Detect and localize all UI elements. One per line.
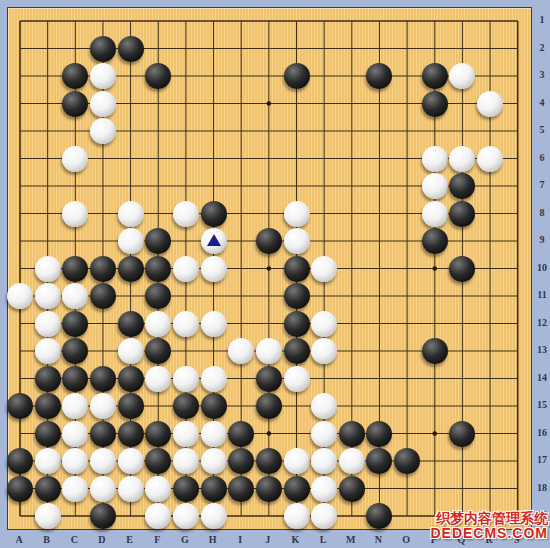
stone-black-C4[interactable] <box>62 91 88 117</box>
row-label-13: 13 <box>535 343 549 357</box>
stone-white-K19[interactable] <box>284 503 310 529</box>
stone-black-A17[interactable] <box>7 448 33 474</box>
row-label-2: 2 <box>535 41 549 55</box>
stone-black-B15[interactable] <box>35 393 61 419</box>
stone-black-G18[interactable] <box>173 476 199 502</box>
stone-white-D17[interactable] <box>90 448 116 474</box>
watermark-domain-text: DEDECMS.COM <box>430 526 548 541</box>
stone-black-E14[interactable] <box>118 366 144 392</box>
stone-black-J14[interactable] <box>256 366 282 392</box>
stone-black-F10[interactable] <box>145 256 171 282</box>
stone-black-J9[interactable] <box>256 228 282 254</box>
col-label-L: L <box>313 533 333 547</box>
stone-white-C18[interactable] <box>62 476 88 502</box>
stone-white-K14[interactable] <box>284 366 310 392</box>
stones-layer <box>8 8 531 529</box>
stone-black-E16[interactable] <box>118 421 144 447</box>
row-label-14: 14 <box>535 371 549 385</box>
stone-white-D5[interactable] <box>90 118 116 144</box>
stone-black-P3[interactable] <box>422 63 448 89</box>
stone-black-D16[interactable] <box>90 421 116 447</box>
stone-white-H12[interactable] <box>201 311 227 337</box>
stone-black-D19[interactable] <box>90 503 116 529</box>
row-label-6: 6 <box>535 151 549 165</box>
row-label-9: 9 <box>535 233 549 247</box>
stone-white-H14[interactable] <box>201 366 227 392</box>
stone-white-C15[interactable] <box>62 393 88 419</box>
row-label-5: 5 <box>535 123 549 137</box>
stone-white-L15[interactable] <box>311 393 337 419</box>
stone-white-G17[interactable] <box>173 448 199 474</box>
stone-white-E8[interactable] <box>118 201 144 227</box>
stone-black-N19[interactable] <box>366 503 392 529</box>
row-label-10: 10 <box>535 261 549 275</box>
stone-black-D14[interactable] <box>90 366 116 392</box>
stone-white-Q6[interactable] <box>449 146 475 172</box>
stone-black-K11[interactable] <box>284 283 310 309</box>
row-label-1: 1 <box>535 13 549 27</box>
stone-black-D11[interactable] <box>90 283 116 309</box>
stone-white-H16[interactable] <box>201 421 227 447</box>
stone-black-C12[interactable] <box>62 311 88 337</box>
stone-white-E18[interactable] <box>118 476 144 502</box>
stone-white-B13[interactable] <box>35 338 61 364</box>
stone-white-E17[interactable] <box>118 448 144 474</box>
stone-white-G8[interactable] <box>173 201 199 227</box>
stone-white-J13[interactable] <box>256 338 282 364</box>
stone-black-K13[interactable] <box>284 338 310 364</box>
stone-white-I13[interactable] <box>228 338 254 364</box>
col-label-G: G <box>175 533 195 547</box>
stone-white-C17[interactable] <box>62 448 88 474</box>
stone-white-L17[interactable] <box>311 448 337 474</box>
stone-white-M17[interactable] <box>339 448 365 474</box>
stone-black-K10[interactable] <box>284 256 310 282</box>
stone-white-G12[interactable] <box>173 311 199 337</box>
stone-black-Q7[interactable] <box>449 173 475 199</box>
col-label-O: O <box>396 533 416 547</box>
stone-white-E9[interactable] <box>118 228 144 254</box>
stone-white-P7[interactable] <box>422 173 448 199</box>
col-label-I: I <box>230 533 250 547</box>
stone-white-H19[interactable] <box>201 503 227 529</box>
stone-black-H15[interactable] <box>201 393 227 419</box>
stone-black-I17[interactable] <box>228 448 254 474</box>
row-label-3: 3 <box>535 68 549 82</box>
stone-black-E15[interactable] <box>118 393 144 419</box>
stone-black-C14[interactable] <box>62 366 88 392</box>
stone-black-A15[interactable] <box>7 393 33 419</box>
stone-black-O17[interactable] <box>394 448 420 474</box>
stone-black-H18[interactable] <box>201 476 227 502</box>
stone-black-J15[interactable] <box>256 393 282 419</box>
stone-black-E12[interactable] <box>118 311 144 337</box>
stone-black-D2[interactable] <box>90 36 116 62</box>
stone-white-L13[interactable] <box>311 338 337 364</box>
stone-white-G10[interactable] <box>173 256 199 282</box>
stone-black-J17[interactable] <box>256 448 282 474</box>
stone-white-P6[interactable] <box>422 146 448 172</box>
stone-white-D18[interactable] <box>90 476 116 502</box>
stone-white-R6[interactable] <box>477 146 503 172</box>
col-label-A: A <box>9 533 29 547</box>
stone-black-K18[interactable] <box>284 476 310 502</box>
row-label-18: 18 <box>535 481 549 495</box>
stone-white-D4[interactable] <box>90 91 116 117</box>
stone-white-P8[interactable] <box>422 201 448 227</box>
triangle-marker-H9 <box>207 234 221 246</box>
stone-black-Q10[interactable] <box>449 256 475 282</box>
stone-black-I18[interactable] <box>228 476 254 502</box>
stone-black-P4[interactable] <box>422 91 448 117</box>
watermark-chinese-text: 织梦内容管理系统 <box>430 511 548 526</box>
row-label-17: 17 <box>535 453 549 467</box>
stone-black-M16[interactable] <box>339 421 365 447</box>
stone-white-D15[interactable] <box>90 393 116 419</box>
stone-white-R4[interactable] <box>477 91 503 117</box>
stone-black-D10[interactable] <box>90 256 116 282</box>
stone-black-P9[interactable] <box>422 228 448 254</box>
stone-black-F11[interactable] <box>145 283 171 309</box>
row-label-11: 11 <box>535 288 549 302</box>
stone-white-K9[interactable] <box>284 228 310 254</box>
row-label-12: 12 <box>535 316 549 330</box>
stone-white-G16[interactable] <box>173 421 199 447</box>
stone-black-C3[interactable] <box>62 63 88 89</box>
col-label-N: N <box>368 533 388 547</box>
stone-white-L19[interactable] <box>311 503 337 529</box>
stone-black-P13[interactable] <box>422 338 448 364</box>
stone-white-G14[interactable] <box>173 366 199 392</box>
col-label-F: F <box>147 533 167 547</box>
stone-white-Q3[interactable] <box>449 63 475 89</box>
stone-black-F3[interactable] <box>145 63 171 89</box>
stone-white-B10[interactable] <box>35 256 61 282</box>
stone-white-C6[interactable] <box>62 146 88 172</box>
stone-black-K3[interactable] <box>284 63 310 89</box>
stone-white-L10[interactable] <box>311 256 337 282</box>
stone-black-Q8[interactable] <box>449 201 475 227</box>
col-label-K: K <box>286 533 306 547</box>
stone-black-N3[interactable] <box>366 63 392 89</box>
row-label-8: 8 <box>535 206 549 220</box>
stone-white-L16[interactable] <box>311 421 337 447</box>
stone-black-Q16[interactable] <box>449 421 475 447</box>
col-label-M: M <box>341 533 361 547</box>
stone-black-B18[interactable] <box>35 476 61 502</box>
row-label-7: 7 <box>535 178 549 192</box>
stone-white-H10[interactable] <box>201 256 227 282</box>
stone-black-M18[interactable] <box>339 476 365 502</box>
stone-white-F12[interactable] <box>145 311 171 337</box>
stone-black-B16[interactable] <box>35 421 61 447</box>
col-label-D: D <box>92 533 112 547</box>
stone-black-C10[interactable] <box>62 256 88 282</box>
stone-white-B19[interactable] <box>35 503 61 529</box>
stone-white-B12[interactable] <box>35 311 61 337</box>
row-label-15: 15 <box>535 398 549 412</box>
stone-black-F13[interactable] <box>145 338 171 364</box>
stone-black-F9[interactable] <box>145 228 171 254</box>
stone-white-K8[interactable] <box>284 201 310 227</box>
stone-white-C16[interactable] <box>62 421 88 447</box>
stone-white-C8[interactable] <box>62 201 88 227</box>
stone-white-F14[interactable] <box>145 366 171 392</box>
stone-white-F19[interactable] <box>145 503 171 529</box>
col-label-J: J <box>258 533 278 547</box>
stone-black-N17[interactable] <box>366 448 392 474</box>
stone-white-H17[interactable] <box>201 448 227 474</box>
stone-black-E10[interactable] <box>118 256 144 282</box>
stone-black-K12[interactable] <box>284 311 310 337</box>
stone-black-E2[interactable] <box>118 36 144 62</box>
row-label-16: 16 <box>535 426 549 440</box>
stone-black-F16[interactable] <box>145 421 171 447</box>
stone-black-G15[interactable] <box>173 393 199 419</box>
stone-black-B14[interactable] <box>35 366 61 392</box>
stone-white-E13[interactable] <box>118 338 144 364</box>
col-label-H: H <box>203 533 223 547</box>
stone-black-F17[interactable] <box>145 448 171 474</box>
stone-white-D3[interactable] <box>90 63 116 89</box>
col-label-E: E <box>120 533 140 547</box>
stone-white-L12[interactable] <box>311 311 337 337</box>
stone-black-A18[interactable] <box>7 476 33 502</box>
stone-black-J18[interactable] <box>256 476 282 502</box>
stone-white-B11[interactable] <box>35 283 61 309</box>
stone-black-C13[interactable] <box>62 338 88 364</box>
stone-black-N16[interactable] <box>366 421 392 447</box>
stone-white-A11[interactable] <box>7 283 33 309</box>
stone-white-G19[interactable] <box>173 503 199 529</box>
go-board[interactable] <box>7 7 532 530</box>
watermark: 织梦内容管理系统 DEDECMS.COM <box>430 511 548 541</box>
stone-white-C11[interactable] <box>62 283 88 309</box>
col-label-B: B <box>37 533 57 547</box>
stone-white-B17[interactable] <box>35 448 61 474</box>
stone-white-K17[interactable] <box>284 448 310 474</box>
stone-white-F18[interactable] <box>145 476 171 502</box>
stone-black-I16[interactable] <box>228 421 254 447</box>
stone-black-H8[interactable] <box>201 201 227 227</box>
col-label-C: C <box>64 533 84 547</box>
stone-white-L18[interactable] <box>311 476 337 502</box>
row-label-4: 4 <box>535 96 549 110</box>
